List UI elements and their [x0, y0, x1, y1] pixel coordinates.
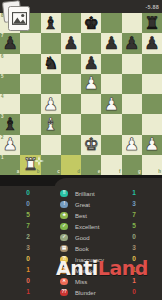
square-b7[interactable] — [20, 33, 40, 53]
square-d4[interactable] — [61, 94, 81, 114]
white-pawn[interactable]: ♟ — [101, 94, 121, 114]
square-c7[interactable] — [41, 33, 61, 53]
square-h8[interactable]: ♜ — [142, 13, 162, 33]
good-white-count: 2 — [0, 234, 56, 241]
white-pawn[interactable]: ♟ — [41, 94, 61, 114]
square-e5[interactable]: ♟ — [81, 74, 101, 94]
excellent-label: Excellent — [72, 224, 106, 230]
square-c4[interactable]: ♟ — [41, 94, 61, 114]
square-b3[interactable] — [20, 114, 40, 134]
brilliant-icon: !! — [60, 190, 68, 198]
blunder-label: Blunder — [72, 290, 106, 296]
square-e6[interactable]: ♟ — [81, 54, 101, 74]
best-black-count: 7 — [106, 212, 162, 219]
miss-label: Miss — [72, 279, 106, 285]
square-d8[interactable] — [61, 13, 81, 33]
game-review-panel: 0!!Brilliant10!Great35★Best77✓Excellent5… — [0, 175, 162, 300]
square-c1[interactable]: c — [41, 155, 61, 175]
square-g8[interactable] — [122, 13, 142, 33]
black-pawn[interactable]: ♟ — [61, 33, 81, 53]
excellent-white-count: 7 — [0, 223, 56, 230]
review-row-good: 2✓Good0 — [0, 232, 162, 243]
evaluation-text: -5.88 — [145, 4, 162, 10]
square-h6[interactable] — [142, 54, 162, 74]
square-g2[interactable]: ♟ — [122, 135, 142, 155]
coord-rank-6: 6 — [1, 55, 4, 60]
square-b1[interactable]: b♜ — [20, 155, 40, 175]
black-pawn[interactable]: ♟ — [142, 33, 162, 53]
good-black-count: 0 — [106, 234, 162, 241]
square-d3[interactable] — [61, 114, 81, 134]
square-c3[interactable]: ♝ — [41, 114, 61, 134]
square-d5[interactable] — [61, 74, 81, 94]
mountain-sun-icon — [12, 12, 27, 25]
great-label: Great — [72, 202, 106, 208]
square-f2[interactable] — [101, 135, 121, 155]
white-pawn[interactable]: ♟ — [122, 135, 142, 155]
black-bishop[interactable]: ♝ — [41, 13, 61, 33]
black-king[interactable]: ♚ — [81, 13, 101, 33]
square-g6[interactable] — [122, 54, 142, 74]
review-rows: 0!!Brilliant10!Great35★Best77✓Excellent5… — [0, 188, 162, 298]
great-white-count: 0 — [0, 201, 56, 208]
coord-file-e: e — [98, 170, 101, 175]
square-f3[interactable] — [101, 114, 121, 134]
chess-board[interactable]: 8♝♚♜7♟♟♟♟♟6♞♟5♟4♟♟3♝♝2♟♚♟♟1ab♜cdefgh — [0, 13, 162, 175]
excellent-icon: ✓ — [60, 223, 68, 231]
coord-file-c: c — [57, 170, 60, 175]
coord-file-f: f — [119, 170, 121, 175]
coord-file-a: a — [17, 170, 20, 175]
white-bishop[interactable]: ♝ — [41, 114, 61, 134]
review-row-excellent: 7✓Excellent5 — [0, 221, 162, 232]
square-d1[interactable]: d — [61, 155, 81, 175]
square-c6[interactable]: ♞ — [41, 54, 61, 74]
miss-white-count: 0 — [0, 278, 56, 285]
black-pawn[interactable]: ♟ — [122, 33, 142, 53]
square-f7[interactable]: ♟ — [101, 33, 121, 53]
white-king[interactable]: ♚ — [81, 135, 101, 155]
square-f4[interactable]: ♟ — [101, 94, 121, 114]
square-b4[interactable] — [20, 94, 40, 114]
review-row-blunder: 1??Blunder0 — [0, 287, 162, 298]
blunder-icon: ?? — [60, 289, 68, 297]
square-h7[interactable]: ♟ — [142, 33, 162, 53]
watermark-land-text: Land — [98, 257, 148, 279]
square-h2[interactable]: ♟ — [142, 135, 162, 155]
coord-rank-4: 4 — [1, 95, 4, 100]
square-d7[interactable]: ♟ — [61, 33, 81, 53]
watermark-anti-text: Anti — [56, 257, 98, 279]
square-a3[interactable]: 3♝ — [0, 114, 20, 134]
book-icon: ▤ — [60, 245, 68, 253]
square-b6[interactable] — [20, 54, 40, 74]
app-screen: -5.88 8♝♚♜7♟♟♟♟♟6♞♟5♟4♟♟3♝♝2♟♚♟♟1ab♜cdef… — [0, 0, 162, 300]
coord-rank-1: 1 — [1, 156, 4, 161]
square-g4[interactable] — [122, 94, 142, 114]
black-pawn[interactable]: ♟ — [81, 54, 101, 74]
coord-rank-5: 5 — [1, 75, 4, 80]
square-a4[interactable]: 4 — [0, 94, 20, 114]
square-c5[interactable] — [41, 74, 61, 94]
great-black-count: 3 — [106, 201, 162, 208]
blunder-white-count: 1 — [0, 289, 56, 296]
square-d6[interactable] — [61, 54, 81, 74]
inaccuracy-white-count: 0 — [0, 256, 56, 263]
square-h1[interactable]: h — [142, 155, 162, 175]
square-e4[interactable] — [81, 94, 101, 114]
square-e2[interactable]: ♚ — [81, 135, 101, 155]
square-e7[interactable] — [81, 33, 101, 53]
photo-card-front-icon — [8, 6, 30, 31]
coord-file-b: b — [37, 170, 40, 175]
square-e3[interactable] — [81, 114, 101, 134]
coord-rank-3: 3 — [1, 115, 4, 120]
coord-rank-2: 2 — [1, 136, 4, 141]
square-c2[interactable] — [41, 135, 61, 155]
square-e8[interactable]: ♚ — [81, 13, 101, 33]
book-label: Book — [72, 246, 106, 252]
review-row-great: 0!Great3 — [0, 199, 162, 210]
square-a7[interactable]: 7♟ — [0, 33, 20, 53]
square-g5[interactable] — [122, 74, 142, 94]
brilliant-black-count: 1 — [106, 190, 162, 197]
excellent-black-count: 5 — [106, 223, 162, 230]
miss-black-count: 1 — [106, 278, 162, 285]
best-label: Best — [72, 213, 106, 219]
great-icon: ! — [60, 201, 68, 209]
brilliant-white-count: 0 — [0, 190, 56, 197]
photo-placeholder-icon — [3, 1, 33, 33]
square-f5[interactable] — [101, 74, 121, 94]
square-h3[interactable] — [142, 114, 162, 134]
antiland-watermark: AntiLand — [56, 259, 148, 278]
white-pawn[interactable]: ♟ — [142, 135, 162, 155]
black-pawn[interactable]: ♟ — [101, 33, 121, 53]
mistake-white-count: 1 — [0, 267, 56, 274]
good-icon: ✓ — [60, 234, 68, 242]
square-a1[interactable]: 1a — [0, 155, 20, 175]
best-white-count: 5 — [0, 212, 56, 219]
review-row-book: 3▤Book3 — [0, 243, 162, 254]
square-g7[interactable]: ♟ — [122, 33, 142, 53]
square-f6[interactable] — [101, 54, 121, 74]
square-h4[interactable] — [142, 94, 162, 114]
black-knight[interactable]: ♞ — [41, 54, 61, 74]
book-white-count: 3 — [0, 245, 56, 252]
square-e1[interactable]: e — [81, 155, 101, 175]
best-icon: ★ — [60, 212, 68, 220]
square-a5[interactable]: 5 — [0, 74, 20, 94]
black-rook[interactable]: ♜ — [142, 13, 162, 33]
square-f8[interactable] — [101, 13, 121, 33]
good-label: Good — [72, 235, 106, 241]
review-row-brilliant: 0!!Brilliant1 — [0, 188, 162, 199]
brilliant-label: Brilliant — [72, 191, 106, 197]
square-a2[interactable]: 2♟ — [0, 135, 20, 155]
review-row-best: 5★Best7 — [0, 210, 162, 221]
coord-rank-7: 7 — [1, 34, 4, 39]
best-move-star-icon — [34, 152, 44, 162]
coord-file-g: g — [138, 170, 141, 175]
coord-file-h: h — [158, 170, 161, 175]
square-f1[interactable]: f — [101, 155, 121, 175]
blunder-black-count: 0 — [106, 289, 162, 296]
square-c8[interactable]: ♝ — [41, 13, 61, 33]
square-h5[interactable] — [142, 74, 162, 94]
book-black-count: 3 — [106, 245, 162, 252]
square-d2[interactable] — [61, 135, 81, 155]
square-g1[interactable]: g — [122, 155, 142, 175]
square-b5[interactable] — [20, 74, 40, 94]
square-a6[interactable]: 6 — [0, 54, 20, 74]
white-pawn[interactable]: ♟ — [81, 74, 101, 94]
square-g3[interactable] — [122, 114, 142, 134]
coord-file-d: d — [77, 170, 80, 175]
